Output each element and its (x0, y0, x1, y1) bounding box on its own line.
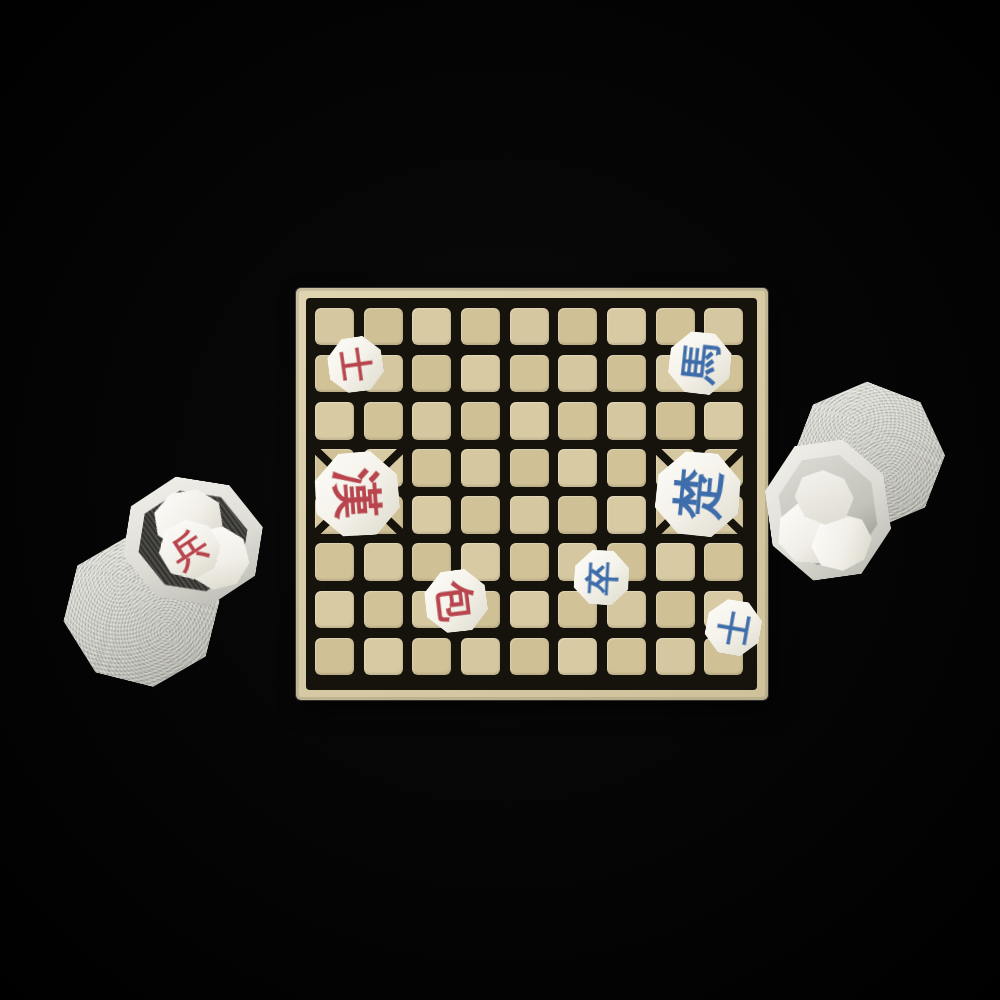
board-square[interactable] (510, 496, 549, 534)
board-square[interactable] (461, 638, 500, 676)
board-square[interactable] (461, 449, 500, 487)
board-square[interactable] (412, 496, 451, 534)
board-square[interactable] (461, 355, 500, 393)
board-square[interactable] (656, 638, 695, 676)
board-square[interactable] (510, 591, 549, 629)
board-square[interactable] (315, 543, 354, 581)
board-square[interactable] (558, 308, 597, 346)
board-square[interactable] (558, 355, 597, 393)
piece-character: 士 (336, 345, 374, 383)
board-square[interactable] (607, 496, 646, 534)
board-square[interactable] (607, 638, 646, 676)
board-square[interactable] (656, 591, 695, 629)
piece-character: 士 (714, 608, 753, 647)
board-square[interactable] (510, 449, 549, 487)
piece-character: 楚 (671, 466, 725, 520)
board-square[interactable] (607, 355, 646, 393)
board-square[interactable] (558, 638, 597, 676)
board-square[interactable] (461, 308, 500, 346)
board-square[interactable] (607, 308, 646, 346)
board-square[interactable] (364, 543, 403, 581)
board-square[interactable] (704, 543, 743, 581)
board-square[interactable] (656, 543, 695, 581)
piece-character: 包 (434, 578, 479, 623)
board-square[interactable] (364, 591, 403, 629)
piece-character: 漢 (330, 467, 383, 520)
board-square[interactable] (558, 449, 597, 487)
board-square[interactable] (461, 402, 500, 440)
board-square[interactable] (656, 402, 695, 440)
board-square[interactable] (364, 308, 403, 346)
board-square[interactable] (412, 355, 451, 393)
board-square[interactable] (607, 402, 646, 440)
board-square[interactable] (558, 496, 597, 534)
piece-character: 卒 (583, 560, 619, 596)
board-square[interactable] (607, 449, 646, 487)
board-square[interactable] (364, 402, 403, 440)
board-square[interactable] (315, 591, 354, 629)
board-square[interactable] (315, 638, 354, 676)
board-square[interactable] (510, 355, 549, 393)
board-square[interactable] (412, 308, 451, 346)
board-square[interactable] (412, 449, 451, 487)
board-square[interactable] (704, 402, 743, 440)
board-square[interactable] (364, 638, 403, 676)
board-square[interactable] (412, 402, 451, 440)
board-square[interactable] (461, 496, 500, 534)
board-square[interactable] (558, 402, 597, 440)
scene: 漢士包楚馬卒士 兵 (0, 0, 1000, 1000)
board-square[interactable] (510, 402, 549, 440)
board-square[interactable] (412, 638, 451, 676)
board-square[interactable] (510, 543, 549, 581)
board-square[interactable] (315, 402, 354, 440)
board-square[interactable] (510, 308, 549, 346)
board-square[interactable] (510, 638, 549, 676)
piece-character: 馬 (678, 341, 722, 385)
